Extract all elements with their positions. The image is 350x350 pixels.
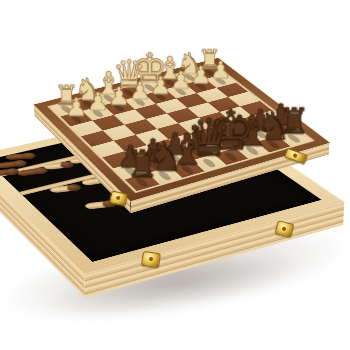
brass-clasp-icon (141, 251, 161, 268)
chess-set-product-photo: ♜♞♟♝♟♚♟♛♟♝♟♞♟♜♟♟♟♟♜♟♞♟♝♟♚♟♛♟♝♟♞♜ (0, 0, 350, 350)
piece-glyph: ♟ (51, 95, 102, 120)
piece-glyph: ♜ (109, 146, 175, 183)
